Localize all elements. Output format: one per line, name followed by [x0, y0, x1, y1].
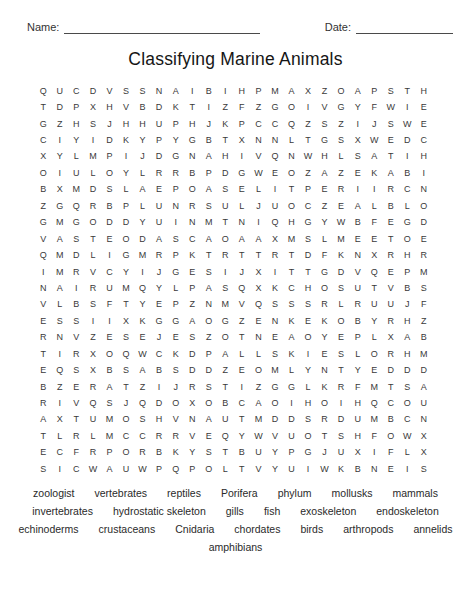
date-input-line[interactable]: [356, 22, 453, 34]
grid-cell: I: [217, 264, 234, 280]
grid-cell: K: [167, 99, 184, 115]
grid-cell: P: [250, 83, 267, 99]
grid-cell: K: [366, 165, 383, 181]
grid-cell: S: [300, 412, 317, 428]
grid-cell: B: [200, 132, 217, 148]
grid-cell: W: [250, 428, 267, 444]
grid-cell: D: [283, 412, 300, 428]
grid-cell: Y: [316, 330, 333, 346]
grid-cell: T: [283, 247, 300, 263]
grid-cell: R: [68, 428, 85, 444]
grid-cell: X: [416, 428, 433, 444]
grid-cell: M: [366, 412, 383, 428]
grid-cell: N: [35, 280, 52, 296]
grid-cell: C: [68, 461, 85, 477]
grid-cell: G: [217, 313, 234, 329]
grid-cell: E: [267, 330, 284, 346]
grid-cell: V: [250, 461, 267, 477]
grid-cell: O: [217, 330, 234, 346]
grid-cell: B: [382, 198, 399, 214]
grid-cell: P: [167, 247, 184, 263]
grid-cell: H: [316, 149, 333, 165]
grid-cell: Y: [267, 461, 284, 477]
grid-cell: G: [283, 379, 300, 395]
grid-cell: T: [200, 247, 217, 263]
grid-cell: O: [167, 395, 184, 411]
grid-cell: X: [52, 182, 69, 198]
word-bank-entry: phylum: [278, 484, 312, 502]
grid-cell: Z: [250, 379, 267, 395]
grid-cell: X: [349, 132, 366, 148]
grid-cell: X: [416, 445, 433, 461]
grid-cell: U: [333, 445, 350, 461]
date-field: Date:: [325, 21, 453, 34]
grid-cell: V: [250, 149, 267, 165]
grid-cell: D: [267, 412, 284, 428]
grid-cell: R: [316, 412, 333, 428]
grid-cell: A: [349, 198, 366, 214]
grid-cell: J: [151, 330, 168, 346]
grid-cell: C: [68, 83, 85, 99]
grid-cell: O: [300, 428, 317, 444]
grid-cell: E: [416, 116, 433, 132]
word-bank-entry: fish: [264, 502, 280, 520]
grid-cell: O: [283, 198, 300, 214]
grid-cell: W: [316, 461, 333, 477]
grid-cell: R: [35, 395, 52, 411]
grid-cell: M: [267, 83, 284, 99]
grid-cell: M: [217, 297, 234, 313]
grid-cell: R: [382, 247, 399, 263]
grid-cell: U: [151, 215, 168, 231]
grid-cell: S: [399, 379, 416, 395]
grid-cell: R: [151, 247, 168, 263]
grid-cell: D: [399, 132, 416, 148]
grid-cell: P: [234, 116, 251, 132]
grid-cell: Z: [35, 198, 52, 214]
grid-cell: U: [267, 198, 284, 214]
word-bank-line: zoologistvertebratesreptilesPoriferaphyl…: [0, 484, 471, 502]
grid-cell: J: [151, 264, 168, 280]
grid-cell: E: [382, 461, 399, 477]
grid-cell: M: [283, 231, 300, 247]
grid-cell: S: [68, 313, 85, 329]
grid-cell: M: [68, 182, 85, 198]
grid-cell: F: [234, 99, 251, 115]
grid-cell: V: [316, 99, 333, 115]
grid-cell: S: [333, 428, 350, 444]
grid-cell: Y: [349, 362, 366, 378]
grid-cell: U: [217, 412, 234, 428]
grid-cell: C: [35, 132, 52, 148]
grid-cell: S: [118, 83, 135, 99]
grid-cell: H: [416, 149, 433, 165]
grid-cell: K: [316, 313, 333, 329]
grid-cell: A: [35, 412, 52, 428]
grid-cell: I: [217, 83, 234, 99]
grid-cell: N: [366, 461, 383, 477]
grid-cell: P: [68, 99, 85, 115]
grid-cell: S: [333, 346, 350, 362]
word-search-grid: QUCDVSSNAIBIHPMAXZOAPSTHTDPXHVBDKTIZFZGO…: [35, 83, 432, 478]
grid-cell: S: [382, 116, 399, 132]
grid-cell: O: [118, 445, 135, 461]
grid-cell: O: [184, 182, 201, 198]
grid-cell: U: [151, 198, 168, 214]
grid-cell: L: [316, 231, 333, 247]
grid-cell: G: [399, 215, 416, 231]
grid-cell: Y: [68, 132, 85, 148]
grid-cell: G: [35, 116, 52, 132]
grid-cell: F: [366, 428, 383, 444]
grid-cell: S: [267, 346, 284, 362]
grid-cell: Y: [349, 99, 366, 115]
grid-cell: O: [101, 165, 118, 181]
grid-cell: I: [366, 445, 383, 461]
grid-cell: B: [101, 362, 118, 378]
name-field: Name:: [27, 21, 260, 34]
word-bank-entry: invertebrates: [32, 502, 93, 520]
grid-cell: V: [167, 412, 184, 428]
grid-cell: M: [200, 215, 217, 231]
grid-cell: M: [101, 428, 118, 444]
grid-cell: U: [68, 165, 85, 181]
grid-cell: A: [52, 280, 69, 296]
grid-cell: I: [300, 99, 317, 115]
grid-cell: K: [283, 346, 300, 362]
grid-cell: D: [151, 395, 168, 411]
grid-cell: D: [118, 215, 135, 231]
grid-cell: B: [399, 165, 416, 181]
grid-cell: G: [151, 313, 168, 329]
grid-cell: W: [333, 215, 350, 231]
grid-cell: E: [200, 428, 217, 444]
grid-cell: P: [200, 165, 217, 181]
header-row: Name: Date:: [27, 21, 453, 34]
grid-cell: H: [234, 83, 251, 99]
grid-cell: D: [151, 149, 168, 165]
grid-cell: I: [184, 83, 201, 99]
grid-cell: M: [118, 280, 135, 296]
grid-cell: O: [283, 165, 300, 181]
grid-cell: S: [52, 313, 69, 329]
grid-cell: T: [118, 379, 135, 395]
grid-cell: N: [52, 330, 69, 346]
grid-cell: I: [300, 461, 317, 477]
grid-cell: X: [366, 247, 383, 263]
grid-cell: O: [35, 165, 52, 181]
grid-cell: T: [366, 280, 383, 296]
grid-cell: M: [52, 247, 69, 263]
word-bank-entry: gills: [226, 502, 244, 520]
grid-cell: U: [416, 395, 433, 411]
grid-cell: B: [151, 445, 168, 461]
grid-cell: Z: [200, 330, 217, 346]
grid-cell: Q: [167, 461, 184, 477]
grid-cell: P: [366, 83, 383, 99]
grid-cell: L: [283, 362, 300, 378]
grid-cell: P: [300, 182, 317, 198]
grid-cell: C: [250, 116, 267, 132]
grid-cell: N: [416, 412, 433, 428]
grid-cell: Z: [234, 313, 251, 329]
grid-cell: I: [399, 461, 416, 477]
grid-cell: T: [399, 83, 416, 99]
grid-cell: O: [118, 231, 135, 247]
grid-cell: P: [167, 297, 184, 313]
grid-cell: S: [134, 412, 151, 428]
grid-cell: R: [134, 445, 151, 461]
date-label: Date:: [325, 21, 351, 34]
grid-cell: T: [333, 362, 350, 378]
grid-cell: G: [167, 313, 184, 329]
grid-cell: L: [52, 297, 69, 313]
grid-cell: Z: [300, 116, 317, 132]
grid-cell: R: [184, 379, 201, 395]
grid-cell: O: [366, 346, 383, 362]
grid-cell: S: [349, 149, 366, 165]
grid-cell: S: [333, 132, 350, 148]
grid-cell: T: [283, 264, 300, 280]
grid-cell: S: [118, 330, 135, 346]
grid-cell: E: [234, 182, 251, 198]
grid-cell: A: [200, 182, 217, 198]
grid-cell: O: [85, 215, 102, 231]
grid-cell: M: [134, 247, 151, 263]
grid-cell: E: [416, 231, 433, 247]
grid-cell: W: [366, 132, 383, 148]
grid-cell: L: [134, 165, 151, 181]
grid-cell: B: [349, 461, 366, 477]
grid-cell: G: [35, 215, 52, 231]
grid-cell: C: [118, 428, 135, 444]
grid-cell: N: [416, 182, 433, 198]
grid-cell: C: [134, 428, 151, 444]
grid-cell: W: [250, 165, 267, 181]
grid-cell: W: [382, 99, 399, 115]
grid-cell: E: [316, 182, 333, 198]
grid-cell: C: [101, 264, 118, 280]
grid-cell: Q: [283, 116, 300, 132]
grid-cell: O: [267, 395, 284, 411]
word-bank-entry: crustaceans: [99, 520, 156, 538]
grid-cell: N: [184, 412, 201, 428]
grid-cell: H: [68, 116, 85, 132]
grid-cell: C: [399, 182, 416, 198]
grid-cell: O: [382, 428, 399, 444]
grid-cell: V: [234, 297, 251, 313]
grid-cell: P: [151, 461, 168, 477]
grid-cell: K: [316, 379, 333, 395]
grid-cell: S: [68, 362, 85, 378]
grid-cell: Z: [316, 198, 333, 214]
grid-cell: U: [151, 116, 168, 132]
grid-cell: D: [52, 99, 69, 115]
grid-cell: V: [184, 428, 201, 444]
grid-cell: I: [333, 395, 350, 411]
grid-cell: I: [283, 395, 300, 411]
grid-cell: T: [283, 182, 300, 198]
grid-cell: D: [184, 346, 201, 362]
word-bank-line: invertebrateshydrostatic skeletongillsfi…: [0, 502, 471, 520]
grid-cell: V: [85, 264, 102, 280]
grid-cell: Y: [151, 280, 168, 296]
grid-cell: H: [349, 428, 366, 444]
grid-cell: M: [101, 412, 118, 428]
grid-cell: L: [85, 247, 102, 263]
grid-cell: P: [151, 132, 168, 148]
grid-cell: U: [382, 297, 399, 313]
grid-cell: S: [118, 362, 135, 378]
grid-cell: E: [250, 313, 267, 329]
grid-cell: A: [250, 395, 267, 411]
grid-cell: P: [167, 116, 184, 132]
grid-cell: V: [118, 99, 135, 115]
grid-cell: A: [399, 330, 416, 346]
grid-cell: K: [283, 313, 300, 329]
grid-cell: A: [382, 165, 399, 181]
grid-cell: N: [184, 215, 201, 231]
grid-cell: L: [300, 379, 317, 395]
grid-cell: Z: [52, 116, 69, 132]
grid-cell: J: [366, 116, 383, 132]
grid-cell: O: [316, 395, 333, 411]
grid-cell: K: [333, 247, 350, 263]
grid-cell: I: [250, 215, 267, 231]
grid-cell: L: [85, 165, 102, 181]
grid-cell: G: [234, 165, 251, 181]
grid-cell: L: [234, 346, 251, 362]
grid-cell: N: [349, 247, 366, 263]
grid-cell: S: [68, 231, 85, 247]
grid-cell: L: [167, 280, 184, 296]
grid-cell: E: [382, 132, 399, 148]
grid-cell: W: [399, 116, 416, 132]
grid-cell: N: [151, 83, 168, 99]
grid-cell: A: [283, 83, 300, 99]
grid-cell: I: [52, 461, 69, 477]
grid-cell: Q: [35, 247, 52, 263]
grid-cell: S: [167, 231, 184, 247]
grid-cell: S: [35, 461, 52, 477]
grid-cell: E: [35, 445, 52, 461]
grid-cell: H: [118, 116, 135, 132]
grid-cell: I: [416, 165, 433, 181]
grid-cell: R: [85, 379, 102, 395]
grid-cell: D: [416, 215, 433, 231]
word-bank-entry: amphibians: [209, 538, 263, 556]
grid-cell: X: [35, 149, 52, 165]
grid-cell: S: [333, 280, 350, 296]
grid-cell: C: [382, 395, 399, 411]
grid-cell: Z: [134, 379, 151, 395]
grid-cell: L: [234, 198, 251, 214]
grid-cell: F: [349, 379, 366, 395]
grid-cell: I: [52, 346, 69, 362]
grid-cell: X: [267, 231, 284, 247]
grid-cell: S: [283, 297, 300, 313]
grid-cell: L: [366, 198, 383, 214]
grid-cell: L: [118, 182, 135, 198]
grid-cell: S: [200, 445, 217, 461]
grid-cell: I: [399, 149, 416, 165]
grid-cell: X: [85, 99, 102, 115]
grid-cell: J: [200, 116, 217, 132]
grid-cell: U: [85, 412, 102, 428]
grid-cell: Z: [217, 99, 234, 115]
grid-cell: T: [300, 132, 317, 148]
grid-cell: V: [35, 297, 52, 313]
grid-cell: X: [250, 280, 267, 296]
grid-cell: S: [200, 379, 217, 395]
grid-cell: U: [349, 412, 366, 428]
grid-cell: A: [134, 182, 151, 198]
grid-cell: G: [118, 247, 135, 263]
grid-cell: D: [416, 362, 433, 378]
grid-cell: Z: [85, 330, 102, 346]
word-bank-entry: mollusks: [332, 484, 373, 502]
grid-cell: Z: [333, 165, 350, 181]
grid-cell: A: [184, 313, 201, 329]
name-input-line[interactable]: [64, 22, 260, 34]
grid-cell: I: [399, 99, 416, 115]
grid-cell: Q: [35, 83, 52, 99]
grid-cell: Y: [118, 165, 135, 181]
grid-cell: M: [267, 362, 284, 378]
grid-cell: N: [167, 198, 184, 214]
grid-cell: X: [382, 330, 399, 346]
grid-cell: E: [151, 182, 168, 198]
grid-cell: P: [167, 182, 184, 198]
grid-cell: Z: [52, 379, 69, 395]
grid-cell: A: [200, 280, 217, 296]
grid-cell: T: [316, 428, 333, 444]
grid-cell: M: [52, 264, 69, 280]
grid-cell: T: [68, 412, 85, 428]
grid-cell: O: [200, 461, 217, 477]
grid-cell: B: [101, 198, 118, 214]
grid-cell: G: [52, 198, 69, 214]
grid-cell: U: [101, 280, 118, 296]
grid-cell: K: [267, 280, 284, 296]
word-bank-entry: arthropods: [343, 520, 393, 538]
grid-cell: O: [416, 198, 433, 214]
grid-cell: W: [134, 461, 151, 477]
grid-cell: I: [234, 379, 251, 395]
grid-cell: R: [85, 445, 102, 461]
grid-cell: D: [300, 247, 317, 263]
grid-cell: L: [349, 346, 366, 362]
grid-cell: A: [200, 149, 217, 165]
grid-cell: S: [267, 297, 284, 313]
grid-cell: J: [399, 297, 416, 313]
grid-cell: S: [85, 297, 102, 313]
grid-cell: L: [333, 149, 350, 165]
grid-cell: J: [234, 264, 251, 280]
grid-cell: K: [333, 461, 350, 477]
grid-cell: O: [200, 313, 217, 329]
grid-cell: P: [101, 149, 118, 165]
grid-cell: D: [399, 362, 416, 378]
grid-cell: S: [134, 83, 151, 99]
grid-cell: B: [234, 445, 251, 461]
grid-cell: L: [283, 132, 300, 148]
grid-cell: G: [267, 379, 284, 395]
word-bank-entry: hydrostatic skeleton: [113, 502, 206, 520]
grid-cell: T: [234, 330, 251, 346]
grid-cell: G: [316, 264, 333, 280]
grid-cell: L: [217, 461, 234, 477]
